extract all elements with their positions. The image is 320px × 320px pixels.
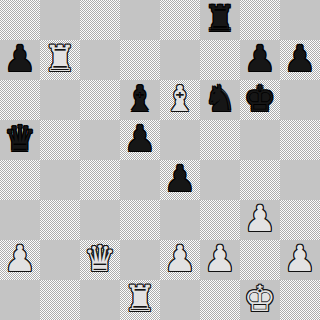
square-h4[interactable] [280,160,320,200]
square-h7[interactable]: ♟ [280,40,320,80]
square-a4[interactable] [0,160,40,200]
square-h6[interactable] [280,80,320,120]
piece-white-rook: ♜ [44,40,76,79]
square-d8[interactable] [120,0,160,40]
square-a1[interactable] [0,280,40,320]
piece-white-king: ♚ [244,280,276,319]
square-f6[interactable]: ♞ [200,80,240,120]
square-c2[interactable]: ♛ [80,240,120,280]
piece-black-bishop: ♝ [124,80,156,119]
square-f4[interactable] [200,160,240,200]
square-a6[interactable] [0,80,40,120]
square-a5[interactable]: ♛ [0,120,40,160]
square-c3[interactable] [80,200,120,240]
square-h1[interactable] [280,280,320,320]
square-b2[interactable] [40,240,80,280]
square-e2[interactable]: ♟ [160,240,200,280]
piece-black-pawn: ♟ [164,160,196,199]
square-h3[interactable] [280,200,320,240]
square-d6[interactable]: ♝ [120,80,160,120]
square-b4[interactable] [40,160,80,200]
square-g5[interactable] [240,120,280,160]
square-g3[interactable]: ♟ [240,200,280,240]
piece-white-rook: ♜ [124,280,156,319]
square-d7[interactable] [120,40,160,80]
piece-black-pawn: ♟ [4,40,36,79]
square-c7[interactable] [80,40,120,80]
square-f8[interactable]: ♜ [200,0,240,40]
square-f2[interactable]: ♟ [200,240,240,280]
square-b8[interactable] [40,0,80,40]
square-b7[interactable]: ♜ [40,40,80,80]
square-e4[interactable]: ♟ [160,160,200,200]
square-e3[interactable] [160,200,200,240]
square-e5[interactable] [160,120,200,160]
square-f5[interactable] [200,120,240,160]
square-g6[interactable]: ♚ [240,80,280,120]
square-g1[interactable]: ♚ [240,280,280,320]
piece-white-pawn: ♟ [244,200,276,239]
square-f1[interactable] [200,280,240,320]
square-a7[interactable]: ♟ [0,40,40,80]
square-b6[interactable] [40,80,80,120]
square-c1[interactable] [80,280,120,320]
square-e6[interactable]: ♝ [160,80,200,120]
square-g8[interactable] [240,0,280,40]
square-f7[interactable] [200,40,240,80]
piece-black-pawn: ♟ [284,40,316,79]
piece-black-king: ♚ [244,80,276,119]
piece-black-pawn: ♟ [244,40,276,79]
square-d4[interactable] [120,160,160,200]
piece-black-knight: ♞ [204,80,236,119]
square-c6[interactable] [80,80,120,120]
square-e8[interactable] [160,0,200,40]
piece-white-pawn: ♟ [204,240,236,279]
square-g7[interactable]: ♟ [240,40,280,80]
square-d2[interactable] [120,240,160,280]
square-h5[interactable] [280,120,320,160]
square-b5[interactable] [40,120,80,160]
square-b1[interactable] [40,280,80,320]
piece-white-pawn: ♟ [164,240,196,279]
piece-white-queen: ♛ [84,240,116,279]
square-g4[interactable] [240,160,280,200]
square-a2[interactable]: ♟ [0,240,40,280]
square-g2[interactable] [240,240,280,280]
square-d5[interactable]: ♟ [120,120,160,160]
square-c4[interactable] [80,160,120,200]
piece-white-pawn: ♟ [284,240,316,279]
square-d3[interactable] [120,200,160,240]
square-e1[interactable] [160,280,200,320]
piece-black-queen: ♛ [4,120,36,159]
square-c5[interactable] [80,120,120,160]
piece-black-rook: ♜ [204,0,236,39]
square-a8[interactable] [0,0,40,40]
piece-white-bishop: ♝ [164,80,196,119]
square-h8[interactable] [280,0,320,40]
square-c8[interactable] [80,0,120,40]
square-a3[interactable] [0,200,40,240]
square-e7[interactable] [160,40,200,80]
square-f3[interactable] [200,200,240,240]
chess-board: ♜♟♜♟♟♝♝♞♚♛♟♟♟♟♛♟♟♟♜♚ [0,0,320,320]
piece-white-pawn: ♟ [4,240,36,279]
square-b3[interactable] [40,200,80,240]
piece-black-pawn: ♟ [124,120,156,159]
square-d1[interactable]: ♜ [120,280,160,320]
square-h2[interactable]: ♟ [280,240,320,280]
